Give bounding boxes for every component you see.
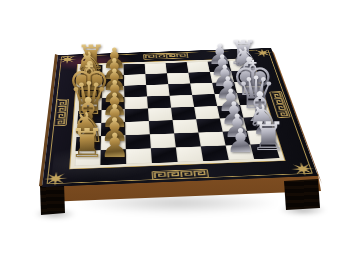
ivory-inner-frame xyxy=(69,58,286,169)
board-square xyxy=(125,108,149,121)
meander-ornament-top xyxy=(143,52,188,59)
board-square xyxy=(250,144,279,160)
board-square xyxy=(125,134,150,149)
board-square xyxy=(187,62,210,73)
board-square xyxy=(215,93,241,106)
board-square xyxy=(217,105,243,118)
board-square xyxy=(81,65,103,76)
board-square xyxy=(171,107,196,120)
board-square xyxy=(79,87,102,99)
board-square xyxy=(145,73,168,85)
chess-set-photo: ♜♟♟♜♞♟♟♞♝♟♟♝♚♟♟♚♛♟♟♛♝♟♟♝♞♟♟♞♜♟♟♜ xyxy=(0,0,350,263)
board-square xyxy=(220,118,247,132)
board-square xyxy=(210,71,234,83)
board-square xyxy=(124,96,148,109)
board-square xyxy=(168,83,192,95)
board-square xyxy=(101,122,125,136)
starburst-ornament-near-left xyxy=(43,171,68,189)
board-square xyxy=(198,132,225,147)
board-square xyxy=(170,95,195,108)
board-square xyxy=(212,82,237,94)
meander-ornament-bottom xyxy=(151,168,209,179)
board-square xyxy=(194,106,220,119)
board-square xyxy=(148,108,173,121)
board-square xyxy=(149,120,174,134)
board-square xyxy=(174,133,201,148)
board-square xyxy=(226,145,255,161)
board-square xyxy=(102,64,124,75)
board-square xyxy=(124,64,146,75)
board-square xyxy=(188,72,212,84)
board-square xyxy=(223,131,251,146)
board-square xyxy=(231,70,256,82)
board-top xyxy=(42,48,318,187)
board-square xyxy=(192,94,217,107)
board-square xyxy=(166,62,189,73)
board-square xyxy=(240,104,267,117)
checkerboard-grid xyxy=(75,60,280,166)
board-square xyxy=(173,119,199,133)
board-square xyxy=(150,133,176,148)
board-square xyxy=(80,76,102,88)
board-square xyxy=(208,61,232,72)
board-square xyxy=(100,149,126,165)
board-square xyxy=(101,135,126,150)
starburst-ornament-far-right xyxy=(252,48,274,59)
board-square xyxy=(76,136,101,151)
board-square xyxy=(145,63,167,74)
board-square xyxy=(146,84,169,96)
board-square xyxy=(102,86,125,98)
board-square xyxy=(237,92,263,105)
starburst-ornament-near-right xyxy=(289,162,317,179)
board-square xyxy=(190,83,214,95)
board-square xyxy=(151,147,178,163)
board-square xyxy=(167,73,190,85)
board-square xyxy=(247,130,275,145)
board-square xyxy=(75,150,101,166)
board-square xyxy=(147,96,171,109)
board-square xyxy=(243,117,271,131)
board-square xyxy=(125,121,150,135)
board-square xyxy=(176,146,203,162)
board-square xyxy=(124,74,146,86)
board-square xyxy=(77,110,101,124)
board-square xyxy=(101,109,125,123)
board-square xyxy=(229,60,253,71)
board-square xyxy=(78,98,102,111)
meander-ornament-left xyxy=(54,99,70,126)
board-square xyxy=(234,81,259,93)
board-square xyxy=(76,123,101,137)
board-square xyxy=(126,148,152,164)
starburst-ornament-far-left xyxy=(58,55,77,66)
board-square xyxy=(201,145,229,161)
board-square xyxy=(124,85,147,97)
board-square xyxy=(102,75,124,87)
board-square xyxy=(101,97,124,110)
board-square xyxy=(196,118,222,132)
